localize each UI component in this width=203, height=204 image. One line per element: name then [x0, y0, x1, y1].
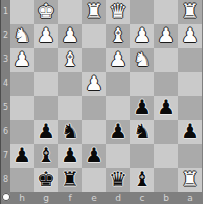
square-a2[interactable]: ♟ [178, 24, 202, 48]
square-d7[interactable] [106, 144, 130, 168]
square-g5[interactable] [34, 96, 58, 120]
square-f5[interactable] [58, 96, 82, 120]
black-pawn[interactable]: ♟ [58, 144, 82, 168]
square-e1[interactable]: ♜ [82, 0, 106, 24]
file-label-e: e [82, 192, 106, 204]
rank-label-4: 4 [1, 72, 10, 96]
square-e2[interactable] [82, 24, 106, 48]
file-label-f: f [58, 192, 82, 204]
white-pawn[interactable]: ♟ [34, 24, 58, 48]
black-pawn[interactable]: ♟ [82, 144, 106, 168]
square-c8[interactable]: ♝ [130, 168, 154, 192]
square-b8[interactable] [154, 168, 178, 192]
white-rook[interactable]: ♜ [178, 0, 202, 24]
black-bishop[interactable]: ♝ [130, 168, 154, 192]
square-b1[interactable] [154, 0, 178, 24]
black-pawn[interactable]: ♟ [10, 144, 34, 168]
square-a7[interactable] [178, 144, 202, 168]
square-c5[interactable]: ♟ [130, 96, 154, 120]
file-label-a: a [178, 192, 202, 204]
square-a4[interactable] [178, 72, 202, 96]
square-e8[interactable] [82, 168, 106, 192]
square-h8[interactable] [10, 168, 34, 192]
black-pawn[interactable]: ♟ [106, 120, 130, 144]
rank-label-1: 1 [1, 0, 10, 24]
square-h1[interactable] [10, 0, 34, 24]
file-label-g: g [34, 192, 58, 204]
white-bishop[interactable]: ♝ [58, 48, 82, 72]
square-e4[interactable]: ♟ [82, 72, 106, 96]
square-e6[interactable] [82, 120, 106, 144]
white-knight[interactable]: ♞ [130, 48, 154, 72]
rank-labels: 12345678 [1, 0, 10, 192]
square-b2[interactable]: ♟ [154, 24, 178, 48]
square-g1[interactable]: ♚ [34, 0, 58, 24]
square-e3[interactable] [82, 48, 106, 72]
square-f6[interactable]: ♞ [58, 120, 82, 144]
square-f2[interactable]: ♟ [58, 24, 82, 48]
square-a6[interactable]: ♟ [178, 120, 202, 144]
black-rook[interactable]: ♜ [58, 168, 82, 192]
square-d4[interactable] [106, 72, 130, 96]
square-g4[interactable] [34, 72, 58, 96]
white-rook[interactable]: ♜ [178, 168, 202, 192]
square-b6[interactable] [154, 120, 178, 144]
square-b5[interactable]: ♟ [154, 96, 178, 120]
square-a1[interactable]: ♜ [178, 0, 202, 24]
file-label-d: d [106, 192, 130, 204]
square-f3[interactable]: ♝ [58, 48, 82, 72]
black-knight[interactable]: ♞ [130, 120, 154, 144]
white-rook[interactable]: ♜ [82, 0, 106, 24]
side-to-move-indicator [2, 193, 10, 201]
black-knight[interactable]: ♞ [58, 120, 82, 144]
square-f1[interactable] [58, 0, 82, 24]
square-f4[interactable] [58, 72, 82, 96]
black-bishop[interactable]: ♝ [34, 144, 58, 168]
square-c1[interactable] [130, 0, 154, 24]
file-label-c: c [130, 192, 154, 204]
square-d2[interactable]: ♝ [106, 24, 130, 48]
file-label-b: b [154, 192, 178, 204]
square-b3[interactable] [154, 48, 178, 72]
white-queen[interactable]: ♛ [106, 0, 130, 24]
square-h3[interactable]: ♟ [10, 48, 34, 72]
square-e7[interactable]: ♟ [82, 144, 106, 168]
square-d5[interactable] [106, 96, 130, 120]
square-c6[interactable]: ♞ [130, 120, 154, 144]
square-g6[interactable]: ♟ [34, 120, 58, 144]
square-c7[interactable] [130, 144, 154, 168]
black-pawn[interactable]: ♟ [34, 120, 58, 144]
white-king[interactable]: ♚ [34, 0, 58, 24]
square-a5[interactable] [178, 96, 202, 120]
black-pawn[interactable]: ♟ [154, 96, 178, 120]
square-c4[interactable] [130, 72, 154, 96]
square-h4[interactable] [10, 72, 34, 96]
white-pawn[interactable]: ♟ [58, 24, 82, 48]
rank-label-8: 8 [1, 168, 10, 192]
white-knight[interactable]: ♞ [10, 24, 34, 48]
rank-label-7: 7 [1, 144, 10, 168]
square-g3[interactable] [34, 48, 58, 72]
square-b4[interactable] [154, 72, 178, 96]
square-c2[interactable]: ♟ [130, 24, 154, 48]
square-f7[interactable]: ♟ [58, 144, 82, 168]
square-e5[interactable] [82, 96, 106, 120]
square-d8[interactable]: ♛ [106, 168, 130, 192]
white-pawn[interactable]: ♟ [82, 72, 106, 96]
square-g8[interactable]: ♚ [34, 168, 58, 192]
white-pawn[interactable]: ♟ [178, 24, 202, 48]
rank-label-6: 6 [1, 120, 10, 144]
white-pawn[interactable]: ♟ [106, 48, 130, 72]
black-pawn[interactable]: ♟ [178, 120, 202, 144]
square-h7[interactable]: ♟ [10, 144, 34, 168]
file-labels: hgfedcba [10, 192, 202, 204]
white-pawn[interactable]: ♟ [154, 24, 178, 48]
square-f8[interactable]: ♜ [58, 168, 82, 192]
square-d3[interactable]: ♟ [106, 48, 130, 72]
square-a8[interactable]: ♜ [178, 168, 202, 192]
square-d6[interactable]: ♟ [106, 120, 130, 144]
square-g7[interactable]: ♝ [34, 144, 58, 168]
chess-board: ♚♜♛♜♞♟♟♝♟♟♟♟♝♟♞♟♟♟♟♞♟♞♟♟♝♟♟♚♜♛♝♜ [10, 0, 202, 192]
chess-diagram: 12345678 ♚♜♛♜♞♟♟♝♟♟♟♟♝♟♞♟♟♟♟♞♟♞♟♟♝♟♟♚♜♛♝… [0, 0, 203, 204]
rank-label-5: 5 [1, 96, 10, 120]
square-g2[interactable]: ♟ [34, 24, 58, 48]
square-h6[interactable] [10, 120, 34, 144]
black-pawn[interactable]: ♟ [130, 96, 154, 120]
square-h2[interactable]: ♞ [10, 24, 34, 48]
square-a3[interactable] [178, 48, 202, 72]
rank-label-3: 3 [1, 48, 10, 72]
rank-label-2: 2 [1, 24, 10, 48]
black-king[interactable]: ♚ [34, 168, 58, 192]
white-pawn[interactable]: ♟ [130, 24, 154, 48]
square-h5[interactable] [10, 96, 34, 120]
file-label-h: h [10, 192, 34, 204]
white-bishop[interactable]: ♝ [106, 24, 130, 48]
black-queen[interactable]: ♛ [106, 168, 130, 192]
white-pawn[interactable]: ♟ [10, 48, 34, 72]
square-d1[interactable]: ♛ [106, 0, 130, 24]
square-c3[interactable]: ♞ [130, 48, 154, 72]
square-b7[interactable] [154, 144, 178, 168]
